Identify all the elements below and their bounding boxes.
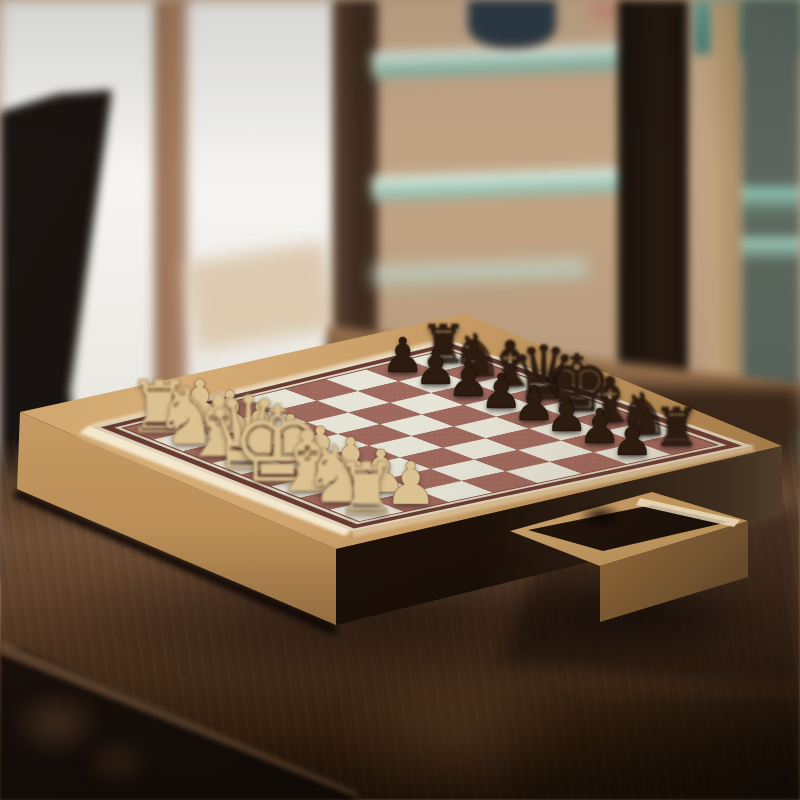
photo-scene: ♜♞♝♛♚♝♞♜♟♟♟♟♟♟♟♟♟♟♟♟♟♟♟♟♜♞♝♛♚♝♞♜ [0,0,800,800]
chess-board[interactable]: ♜♞♝♛♚♝♞♜♟♟♟♟♟♟♟♟♟♟♟♟♟♟♟♟♜♞♝♛♚♝♞♜ [0,0,800,800]
piece-black-rook-h8[interactable]: ♜ [650,401,703,454]
piece-white-rook-h1[interactable]: ♜ [331,453,403,525]
piece-black-pawn-h7[interactable]: ♟ [608,415,656,463]
piece-in-drawer [578,503,624,531]
